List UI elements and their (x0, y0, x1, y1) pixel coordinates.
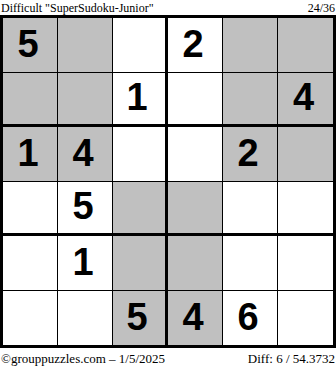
cell-r2c4[interactable] (168, 73, 223, 128)
given-digit: 1 (17, 134, 38, 172)
page-header: Difficult "SuperSudoku-Junior" 24/36 (0, 0, 336, 15)
cell-r6c3: 5 (113, 291, 168, 346)
cell-r3c6[interactable] (278, 127, 333, 182)
cell-r6c1[interactable] (3, 291, 58, 346)
cell-r5c6[interactable] (278, 236, 333, 291)
cell-r3c1: 1 (3, 127, 58, 182)
given-digit: 2 (182, 25, 203, 63)
cell-r4c2: 5 (58, 182, 113, 237)
cell-r1c3[interactable] (113, 18, 168, 73)
page-footer: ©grouppuzzles.com – 1/5/2025 Diff: 6 / 5… (0, 348, 336, 370)
cell-r3c4[interactable] (168, 127, 223, 182)
cell-r6c2[interactable] (58, 291, 113, 346)
cell-r4c4[interactable] (168, 182, 223, 237)
cell-r1c1: 5 (3, 18, 58, 73)
cell-r4c1[interactable] (3, 182, 58, 237)
cell-r2c1[interactable] (3, 73, 58, 128)
given-digit: 5 (17, 25, 38, 63)
copyright-text: ©grouppuzzles.com – 1/5/2025 (1, 351, 165, 367)
puzzle-title: Difficult "SuperSudoku-Junior" (1, 2, 154, 15)
empty-cell-counter: 24/36 (308, 2, 335, 15)
cell-r4c6[interactable] (278, 182, 333, 237)
cell-r6c6[interactable] (278, 291, 333, 346)
cell-r3c5: 2 (223, 127, 278, 182)
given-digit: 4 (72, 134, 93, 172)
cell-r5c4[interactable] (168, 236, 223, 291)
given-digit: 1 (72, 243, 93, 281)
given-digit: 4 (293, 78, 314, 116)
given-digit: 4 (182, 298, 203, 336)
cell-r6c5: 6 (223, 291, 278, 346)
cell-r2c6: 4 (278, 73, 333, 128)
difficulty-text: Diff: 6 / 54.3732 (248, 351, 335, 367)
cell-r1c2[interactable] (58, 18, 113, 73)
cell-r4c3[interactable] (113, 182, 168, 237)
given-digit: 1 (126, 78, 147, 116)
cell-r4c5[interactable] (223, 182, 278, 237)
cell-r3c3[interactable] (113, 127, 168, 182)
given-digit: 2 (237, 134, 258, 172)
cell-r2c5[interactable] (223, 73, 278, 128)
sudoku-board: 521414251546 (0, 15, 336, 348)
given-digit: 5 (126, 298, 147, 336)
cell-r2c3: 1 (113, 73, 168, 128)
cell-r1c6[interactable] (278, 18, 333, 73)
cell-r3c2: 4 (58, 127, 113, 182)
cell-r5c1[interactable] (3, 236, 58, 291)
given-digit: 6 (237, 298, 258, 336)
cell-r2c2[interactable] (58, 73, 113, 128)
cell-r1c4: 2 (168, 18, 223, 73)
given-digit: 5 (72, 187, 93, 225)
cell-r5c3[interactable] (113, 236, 168, 291)
cell-r5c2: 1 (58, 236, 113, 291)
cell-r1c5[interactable] (223, 18, 278, 73)
cell-r5c5[interactable] (223, 236, 278, 291)
cell-r6c4: 4 (168, 291, 223, 346)
